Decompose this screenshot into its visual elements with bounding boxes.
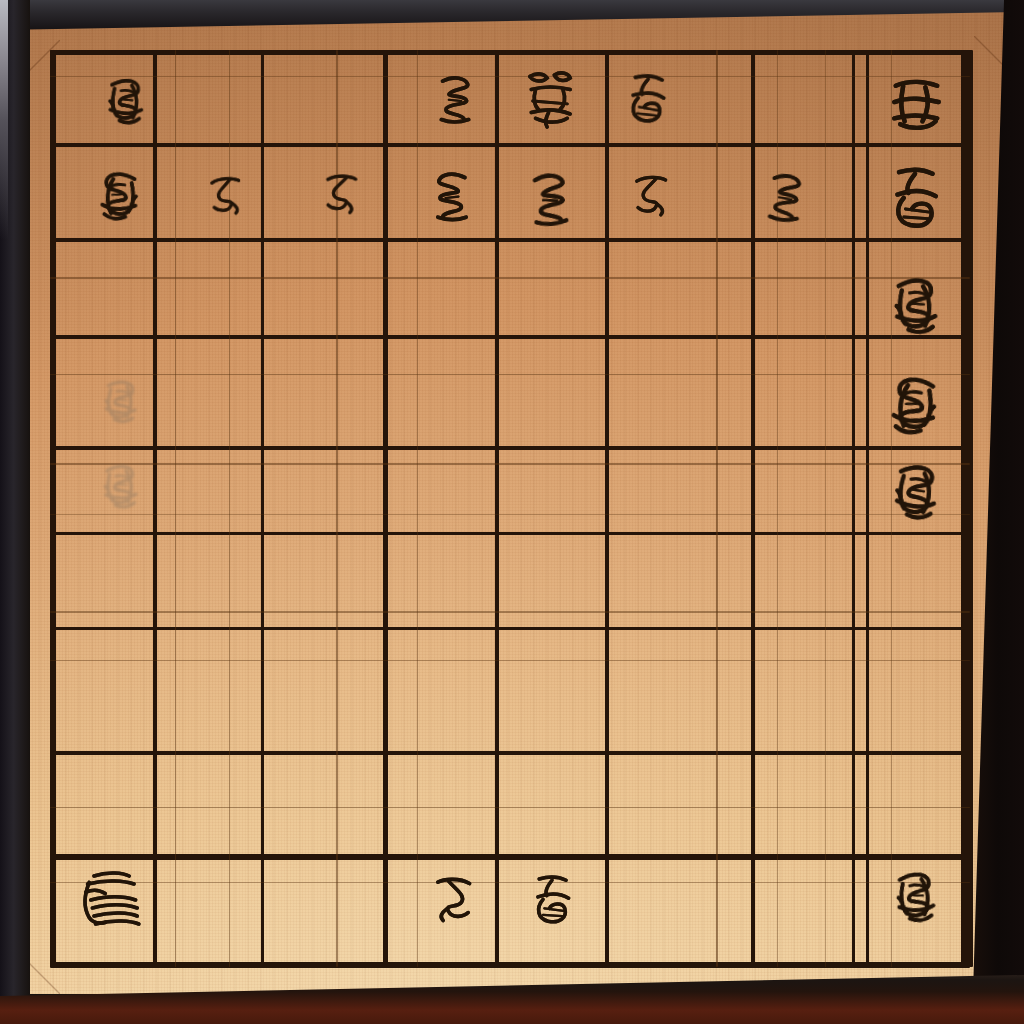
grid-line (866, 50, 869, 967)
grid-ghost-line (50, 463, 970, 465)
grid-line (50, 627, 970, 630)
shogi-piece-銀[interactable] (422, 869, 488, 935)
shogi-piece-龍[interactable] (70, 860, 150, 940)
grid-line (605, 50, 609, 967)
shogi-piece-玉[interactable] (878, 68, 952, 142)
shogi-piece-歩[interactable] (420, 166, 484, 230)
grid-line (961, 50, 973, 967)
shogi-piece-角[interactable] (424, 70, 486, 132)
grid-lines (53, 52, 967, 965)
grid-line (50, 50, 970, 55)
grid-line (50, 50, 56, 967)
grid-line (261, 50, 264, 967)
shogi-piece-歩[interactable] (751, 165, 818, 232)
grid-ghost-line (50, 76, 970, 77)
shogi-piece-角[interactable] (520, 870, 584, 934)
grid-ghost-line (716, 50, 718, 967)
grid-ghost-line (50, 611, 970, 613)
grid-line (495, 50, 499, 967)
board-grid[interactable] (53, 52, 967, 965)
grid-line (50, 335, 970, 339)
grid-line (50, 143, 970, 147)
grid-line (383, 50, 388, 967)
miter-joint-bottom-right (974, 952, 1008, 986)
shogi-piece-飛[interactable] (514, 65, 586, 137)
grid-line (50, 962, 970, 968)
shogi-piece-馬[interactable] (872, 365, 958, 451)
shogi-piece-金[interactable] (613, 67, 680, 134)
shogi-piece-飛[interactable] (91, 374, 149, 432)
miter-joint-top-right (974, 36, 1008, 70)
grid-line (50, 238, 970, 242)
shogi-piece-歩[interactable] (620, 168, 680, 228)
grid-line (50, 854, 970, 860)
grid-ghost-line (50, 514, 970, 515)
shogi-piece-桂[interactable] (875, 268, 955, 348)
grid-ghost-line (50, 374, 970, 375)
grid-line (852, 50, 855, 967)
shogi-board-photo (0, 0, 1024, 1024)
grid-ghost-line (825, 50, 826, 967)
grid-ghost-line (417, 50, 418, 967)
grid-ghost-line (50, 882, 970, 883)
shogi-piece-角[interactable] (88, 455, 152, 519)
grid-line (50, 446, 970, 450)
shogi-piece-歩[interactable] (195, 168, 254, 227)
grid-ghost-line (50, 807, 970, 808)
shogi-piece-桂[interactable] (85, 162, 155, 232)
grid-ghost-line (50, 277, 970, 279)
shogi-piece-龍[interactable] (877, 455, 954, 532)
shogi-piece-歩[interactable] (310, 166, 370, 226)
frame-light-reflection (0, 0, 8, 240)
shogi-piece-香[interactable] (875, 161, 955, 241)
shogi-piece-金[interactable] (878, 862, 952, 936)
grid-ghost-line (50, 660, 970, 661)
shogi-piece-歩[interactable] (514, 164, 587, 237)
grid-line (50, 532, 970, 535)
shogi-piece-銀[interactable] (93, 70, 157, 134)
grid-ghost-line (175, 50, 176, 967)
grid-line (50, 751, 970, 755)
